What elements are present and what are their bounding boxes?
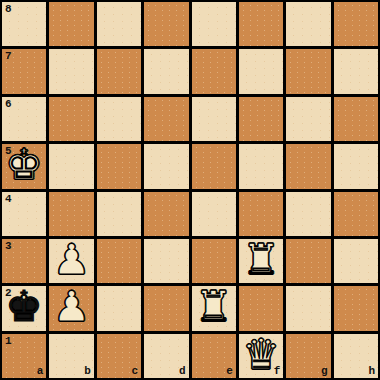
- white-rook[interactable]: ♜: [242, 239, 280, 281]
- square-c8[interactable]: [97, 2, 141, 46]
- rank-label: 8: [5, 4, 12, 15]
- square-d5[interactable]: [144, 144, 188, 188]
- square-e2[interactable]: ♜: [192, 286, 236, 330]
- square-a5[interactable]: 5♚: [2, 144, 46, 188]
- white-pawn[interactable]: ♟: [53, 239, 91, 281]
- square-d2[interactable]: [144, 286, 188, 330]
- square-f5[interactable]: [239, 144, 283, 188]
- square-g6[interactable]: [286, 97, 330, 141]
- square-g8[interactable]: [286, 2, 330, 46]
- square-a6[interactable]: 6: [2, 97, 46, 141]
- rank-label: 7: [5, 51, 12, 62]
- square-h1[interactable]: h: [334, 334, 378, 378]
- square-d4[interactable]: [144, 192, 188, 236]
- file-label: e: [226, 366, 233, 377]
- square-c7[interactable]: [97, 49, 141, 93]
- square-c4[interactable]: [97, 192, 141, 236]
- square-h8[interactable]: [334, 2, 378, 46]
- square-c3[interactable]: [97, 239, 141, 283]
- square-h3[interactable]: [334, 239, 378, 283]
- square-a7[interactable]: 7: [2, 49, 46, 93]
- square-g4[interactable]: [286, 192, 330, 236]
- square-e4[interactable]: [192, 192, 236, 236]
- rank-label: 3: [5, 241, 12, 252]
- square-g2[interactable]: [286, 286, 330, 330]
- square-h5[interactable]: [334, 144, 378, 188]
- square-g3[interactable]: [286, 239, 330, 283]
- square-b8[interactable]: [49, 2, 93, 46]
- square-b4[interactable]: [49, 192, 93, 236]
- rank-label: 1: [5, 336, 12, 347]
- square-a1[interactable]: 1a: [2, 334, 46, 378]
- square-f1[interactable]: f♛: [239, 334, 283, 378]
- file-label: h: [368, 366, 375, 377]
- square-b5[interactable]: [49, 144, 93, 188]
- white-king[interactable]: ♚: [5, 144, 43, 186]
- square-e6[interactable]: [192, 97, 236, 141]
- square-c2[interactable]: [97, 286, 141, 330]
- white-rook[interactable]: ♜: [195, 286, 233, 328]
- square-b6[interactable]: [49, 97, 93, 141]
- square-d3[interactable]: [144, 239, 188, 283]
- file-label: a: [37, 366, 44, 377]
- square-h6[interactable]: [334, 97, 378, 141]
- square-b3[interactable]: ♟: [49, 239, 93, 283]
- square-d8[interactable]: [144, 2, 188, 46]
- square-e5[interactable]: [192, 144, 236, 188]
- white-pawn[interactable]: ♟: [53, 286, 91, 328]
- square-a4[interactable]: 4: [2, 192, 46, 236]
- square-f6[interactable]: [239, 97, 283, 141]
- chess-board: 8765♚43♟♜2♚♟♜1abcdef♛gh: [0, 0, 380, 380]
- square-e7[interactable]: [192, 49, 236, 93]
- square-e3[interactable]: [192, 239, 236, 283]
- square-b7[interactable]: [49, 49, 93, 93]
- rank-label: 6: [5, 99, 12, 110]
- square-g1[interactable]: g: [286, 334, 330, 378]
- square-f7[interactable]: [239, 49, 283, 93]
- black-king[interactable]: ♚: [5, 286, 43, 328]
- file-label: d: [179, 366, 186, 377]
- file-label: c: [132, 366, 139, 377]
- square-e1[interactable]: e: [192, 334, 236, 378]
- square-f8[interactable]: [239, 2, 283, 46]
- square-h7[interactable]: [334, 49, 378, 93]
- square-b1[interactable]: b: [49, 334, 93, 378]
- square-c5[interactable]: [97, 144, 141, 188]
- square-f2[interactable]: [239, 286, 283, 330]
- square-f4[interactable]: [239, 192, 283, 236]
- square-c1[interactable]: c: [97, 334, 141, 378]
- square-g5[interactable]: [286, 144, 330, 188]
- file-label: b: [84, 366, 91, 377]
- white-queen[interactable]: ♛: [242, 334, 280, 376]
- square-a3[interactable]: 3: [2, 239, 46, 283]
- square-h4[interactable]: [334, 192, 378, 236]
- rank-label: 4: [5, 194, 12, 205]
- square-b2[interactable]: ♟: [49, 286, 93, 330]
- square-h2[interactable]: [334, 286, 378, 330]
- square-d1[interactable]: d: [144, 334, 188, 378]
- square-f3[interactable]: ♜: [239, 239, 283, 283]
- square-d7[interactable]: [144, 49, 188, 93]
- file-label: g: [321, 366, 328, 377]
- square-e8[interactable]: [192, 2, 236, 46]
- square-c6[interactable]: [97, 97, 141, 141]
- square-g7[interactable]: [286, 49, 330, 93]
- square-d6[interactable]: [144, 97, 188, 141]
- square-a2[interactable]: 2♚: [2, 286, 46, 330]
- square-a8[interactable]: 8: [2, 2, 46, 46]
